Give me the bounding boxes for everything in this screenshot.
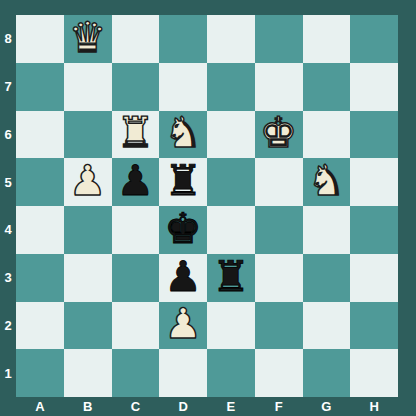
chess-board[interactable]: ♛♜♞♚♟♟♜♞♚♟♜♟ xyxy=(16,15,398,397)
square-c5[interactable]: ♟ xyxy=(112,158,160,206)
square-c4[interactable] xyxy=(112,206,160,254)
square-g8[interactable] xyxy=(303,15,351,63)
black-rook-piece[interactable]: ♜ xyxy=(164,160,202,202)
square-b6[interactable] xyxy=(64,111,112,159)
square-d3[interactable]: ♟ xyxy=(159,254,207,302)
white-knight-piece[interactable]: ♞ xyxy=(308,160,346,202)
chess-board-frame: 87654321 ♛♜♞♚♟♟♜♞♚♟♜♟ ABCDEFGH xyxy=(0,0,416,416)
white-king-piece[interactable]: ♚ xyxy=(260,112,298,154)
square-a4[interactable] xyxy=(16,206,64,254)
square-e2[interactable] xyxy=(207,302,255,350)
square-f5[interactable] xyxy=(255,158,303,206)
square-e1[interactable] xyxy=(207,349,255,397)
file-label-d: D xyxy=(159,397,207,416)
square-f1[interactable] xyxy=(255,349,303,397)
black-king-piece[interactable]: ♚ xyxy=(164,208,202,250)
white-knight-piece[interactable]: ♞ xyxy=(164,112,202,154)
rank-label-1: 1 xyxy=(0,349,16,397)
rank-label-3: 3 xyxy=(0,254,16,302)
file-labels: ABCDEFGH xyxy=(16,397,398,416)
square-a5[interactable] xyxy=(16,158,64,206)
square-b2[interactable] xyxy=(64,302,112,350)
square-a1[interactable] xyxy=(16,349,64,397)
rank-label-6: 6 xyxy=(0,111,16,159)
square-f2[interactable] xyxy=(255,302,303,350)
square-c8[interactable] xyxy=(112,15,160,63)
square-h2[interactable] xyxy=(350,302,398,350)
square-h1[interactable] xyxy=(350,349,398,397)
rank-label-8: 8 xyxy=(0,15,16,63)
square-b3[interactable] xyxy=(64,254,112,302)
square-a8[interactable] xyxy=(16,15,64,63)
black-pawn-piece[interactable]: ♟ xyxy=(164,256,202,298)
square-f6[interactable]: ♚ xyxy=(255,111,303,159)
square-e6[interactable] xyxy=(207,111,255,159)
square-e5[interactable] xyxy=(207,158,255,206)
white-pawn-piece[interactable]: ♟ xyxy=(164,303,202,345)
square-c7[interactable] xyxy=(112,63,160,111)
square-a3[interactable] xyxy=(16,254,64,302)
square-f4[interactable] xyxy=(255,206,303,254)
square-e3[interactable]: ♜ xyxy=(207,254,255,302)
square-c1[interactable] xyxy=(112,349,160,397)
file-label-f: F xyxy=(255,397,303,416)
file-label-g: G xyxy=(303,397,351,416)
square-g2[interactable] xyxy=(303,302,351,350)
square-d1[interactable] xyxy=(159,349,207,397)
square-e7[interactable] xyxy=(207,63,255,111)
square-g5[interactable]: ♞ xyxy=(303,158,351,206)
square-d4[interactable]: ♚ xyxy=(159,206,207,254)
square-b7[interactable] xyxy=(64,63,112,111)
square-e4[interactable] xyxy=(207,206,255,254)
square-g4[interactable] xyxy=(303,206,351,254)
square-a7[interactable] xyxy=(16,63,64,111)
rank-labels: 87654321 xyxy=(0,15,16,397)
square-h3[interactable] xyxy=(350,254,398,302)
square-b1[interactable] xyxy=(64,349,112,397)
square-h4[interactable] xyxy=(350,206,398,254)
white-queen-piece[interactable]: ♛ xyxy=(69,17,107,59)
square-b4[interactable] xyxy=(64,206,112,254)
rank-label-2: 2 xyxy=(0,302,16,350)
square-f7[interactable] xyxy=(255,63,303,111)
black-rook-piece[interactable]: ♜ xyxy=(212,256,250,298)
square-g3[interactable] xyxy=(303,254,351,302)
square-e8[interactable] xyxy=(207,15,255,63)
file-label-h: H xyxy=(350,397,398,416)
file-label-b: B xyxy=(64,397,112,416)
file-label-c: C xyxy=(112,397,160,416)
black-pawn-piece[interactable]: ♟ xyxy=(117,160,155,202)
file-label-a: A xyxy=(16,397,64,416)
file-label-e: E xyxy=(207,397,255,416)
rank-label-5: 5 xyxy=(0,158,16,206)
square-c3[interactable] xyxy=(112,254,160,302)
square-f8[interactable] xyxy=(255,15,303,63)
square-f3[interactable] xyxy=(255,254,303,302)
white-pawn-piece[interactable]: ♟ xyxy=(69,160,107,202)
square-h7[interactable] xyxy=(350,63,398,111)
square-d5[interactable]: ♜ xyxy=(159,158,207,206)
square-c6[interactable]: ♜ xyxy=(112,111,160,159)
square-a2[interactable] xyxy=(16,302,64,350)
square-g1[interactable] xyxy=(303,349,351,397)
square-h5[interactable] xyxy=(350,158,398,206)
square-d6[interactable]: ♞ xyxy=(159,111,207,159)
square-h6[interactable] xyxy=(350,111,398,159)
square-d7[interactable] xyxy=(159,63,207,111)
square-b8[interactable]: ♛ xyxy=(64,15,112,63)
square-d8[interactable] xyxy=(159,15,207,63)
square-g6[interactable] xyxy=(303,111,351,159)
rank-label-4: 4 xyxy=(0,206,16,254)
square-a6[interactable] xyxy=(16,111,64,159)
square-b5[interactable]: ♟ xyxy=(64,158,112,206)
square-g7[interactable] xyxy=(303,63,351,111)
square-c2[interactable] xyxy=(112,302,160,350)
rank-label-7: 7 xyxy=(0,63,16,111)
white-rook-piece[interactable]: ♜ xyxy=(117,112,155,154)
square-d2[interactable]: ♟ xyxy=(159,302,207,350)
square-h8[interactable] xyxy=(350,15,398,63)
